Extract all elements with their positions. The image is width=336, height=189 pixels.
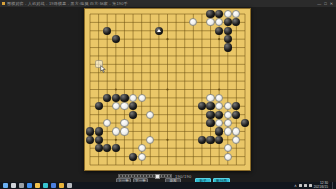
file-explorer-icon[interactable] bbox=[35, 183, 40, 188]
network-icon[interactable] bbox=[299, 184, 302, 187]
stone-white bbox=[232, 127, 240, 135]
stone-white bbox=[120, 127, 128, 135]
tray-expand-icon[interactable]: ∧ bbox=[294, 182, 297, 189]
taskbar-clock[interactable]: 12:30 2021/6/15 bbox=[314, 182, 328, 189]
titlebar: 围棋对弈 - 人机对战 - 19路棋盘 - 黑方:电脑 白方:玩家 - 第190… bbox=[0, 0, 336, 7]
stone-white bbox=[224, 10, 232, 18]
stone-white bbox=[120, 119, 128, 127]
start-icon[interactable] bbox=[3, 183, 8, 188]
stone-black bbox=[215, 127, 223, 135]
stone-black bbox=[112, 94, 120, 102]
stone-white bbox=[120, 102, 128, 110]
stone-black bbox=[206, 10, 214, 18]
stone-black bbox=[198, 136, 206, 144]
stone-black bbox=[224, 43, 232, 51]
app-blue-icon[interactable] bbox=[51, 183, 56, 188]
stone-white bbox=[112, 127, 120, 135]
window-title: 围棋对弈 - 人机对战 - 19路棋盘 - 黑方:电脑 白方:玩家 - 第190… bbox=[7, 1, 317, 6]
stone-black bbox=[95, 127, 103, 135]
stone-black bbox=[206, 102, 214, 110]
stone-black bbox=[224, 27, 232, 35]
stone-white bbox=[224, 111, 232, 119]
slider-handle[interactable] bbox=[155, 174, 160, 179]
close-button[interactable]: ✕ bbox=[330, 0, 333, 7]
app-icon bbox=[2, 2, 5, 5]
stone-black bbox=[95, 144, 103, 152]
stone-black bbox=[129, 111, 137, 119]
stone-black bbox=[95, 102, 103, 110]
app-grey-icon[interactable] bbox=[67, 183, 72, 188]
app-yellow-icon[interactable] bbox=[59, 183, 64, 188]
search-icon[interactable] bbox=[11, 183, 16, 188]
language-icon[interactable] bbox=[309, 184, 312, 187]
show-desktop-button[interactable] bbox=[332, 182, 334, 189]
taskbar: ∧ 12:30 2021/6/15 bbox=[0, 182, 336, 189]
stone-black bbox=[206, 111, 214, 119]
task-view-icon[interactable] bbox=[19, 183, 24, 188]
stone-black bbox=[224, 35, 232, 43]
go-board[interactable] bbox=[84, 8, 251, 171]
maximize-button[interactable]: □ bbox=[324, 0, 326, 7]
stone-black bbox=[206, 119, 214, 127]
stone-white bbox=[224, 153, 232, 161]
stone-white bbox=[224, 119, 232, 127]
stone-black bbox=[215, 27, 223, 35]
stone-white bbox=[206, 94, 214, 102]
mouse-cursor-icon bbox=[100, 65, 106, 73]
edge-browser-icon[interactable] bbox=[27, 183, 32, 188]
stone-black bbox=[206, 136, 214, 144]
stone-white bbox=[138, 94, 146, 102]
stone-black bbox=[86, 127, 94, 135]
app-teal-icon[interactable] bbox=[43, 183, 48, 188]
stone-white bbox=[138, 144, 146, 152]
stone-white bbox=[129, 94, 137, 102]
stone-white bbox=[224, 127, 232, 135]
stone-black bbox=[120, 94, 128, 102]
stone-black bbox=[95, 136, 103, 144]
volume-icon[interactable] bbox=[304, 184, 307, 187]
screen: 围棋对弈 - 人机对战 - 19路棋盘 - 黑方:电脑 白方:玩家 - 第190… bbox=[0, 0, 336, 189]
stone-black bbox=[86, 136, 94, 144]
stone-black bbox=[215, 111, 223, 119]
clock-date: 2021/6/15 bbox=[314, 186, 328, 189]
stone-white bbox=[138, 153, 146, 161]
system-tray: ∧ 12:30 2021/6/15 bbox=[294, 182, 334, 189]
last-move-marker bbox=[157, 29, 161, 32]
minimize-button[interactable]: — bbox=[317, 0, 321, 7]
stone-black bbox=[129, 153, 137, 161]
